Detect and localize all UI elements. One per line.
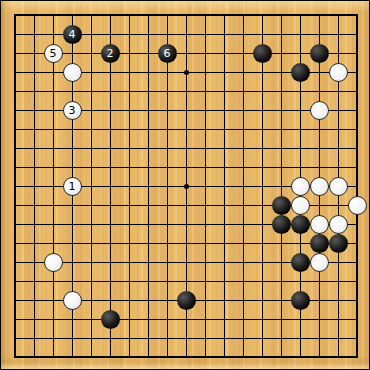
intersection[interactable] xyxy=(253,310,272,329)
intersection[interactable] xyxy=(234,253,253,272)
intersection[interactable] xyxy=(82,120,101,139)
intersection[interactable] xyxy=(291,329,310,348)
intersection[interactable] xyxy=(234,329,253,348)
intersection[interactable] xyxy=(44,329,63,348)
intersection[interactable] xyxy=(120,101,139,120)
intersection[interactable] xyxy=(272,139,291,158)
intersection[interactable] xyxy=(215,6,234,25)
intersection[interactable] xyxy=(44,215,63,234)
intersection[interactable] xyxy=(101,25,120,44)
intersection[interactable] xyxy=(196,25,215,44)
intersection[interactable] xyxy=(272,310,291,329)
intersection[interactable] xyxy=(139,234,158,253)
intersection[interactable] xyxy=(196,348,215,367)
intersection[interactable] xyxy=(234,310,253,329)
intersection[interactable] xyxy=(348,139,367,158)
intersection[interactable] xyxy=(253,63,272,82)
intersection[interactable] xyxy=(234,196,253,215)
intersection[interactable] xyxy=(177,120,196,139)
intersection[interactable] xyxy=(196,196,215,215)
intersection[interactable] xyxy=(63,272,82,291)
intersection[interactable] xyxy=(158,25,177,44)
intersection[interactable] xyxy=(120,234,139,253)
intersection[interactable] xyxy=(291,44,310,63)
intersection[interactable] xyxy=(82,253,101,272)
intersection[interactable] xyxy=(63,158,82,177)
intersection[interactable] xyxy=(139,196,158,215)
intersection[interactable] xyxy=(139,6,158,25)
intersection[interactable] xyxy=(177,310,196,329)
intersection[interactable] xyxy=(25,310,44,329)
intersection[interactable] xyxy=(101,158,120,177)
intersection[interactable] xyxy=(120,120,139,139)
intersection[interactable] xyxy=(6,120,25,139)
intersection[interactable] xyxy=(310,177,329,196)
intersection[interactable] xyxy=(196,329,215,348)
intersection[interactable] xyxy=(291,196,310,215)
intersection[interactable] xyxy=(44,158,63,177)
intersection[interactable] xyxy=(215,82,234,101)
intersection[interactable] xyxy=(234,272,253,291)
intersection[interactable] xyxy=(291,253,310,272)
intersection[interactable] xyxy=(272,158,291,177)
intersection[interactable] xyxy=(253,272,272,291)
intersection[interactable] xyxy=(101,177,120,196)
intersection[interactable] xyxy=(234,120,253,139)
intersection[interactable] xyxy=(101,120,120,139)
intersection[interactable] xyxy=(101,215,120,234)
intersection[interactable] xyxy=(44,253,63,272)
intersection[interactable] xyxy=(177,348,196,367)
intersection[interactable] xyxy=(44,82,63,101)
intersection[interactable] xyxy=(310,348,329,367)
intersection[interactable] xyxy=(139,291,158,310)
intersection[interactable] xyxy=(177,177,196,196)
intersection[interactable] xyxy=(158,215,177,234)
intersection[interactable] xyxy=(234,6,253,25)
intersection[interactable] xyxy=(101,253,120,272)
intersection[interactable]: 4 xyxy=(63,25,82,44)
intersection[interactable] xyxy=(291,82,310,101)
intersection[interactable] xyxy=(44,6,63,25)
intersection[interactable] xyxy=(215,196,234,215)
intersection[interactable] xyxy=(253,234,272,253)
intersection[interactable] xyxy=(6,253,25,272)
intersection[interactable] xyxy=(215,291,234,310)
intersection[interactable] xyxy=(63,234,82,253)
intersection[interactable] xyxy=(120,272,139,291)
intersection[interactable] xyxy=(158,82,177,101)
intersection[interactable] xyxy=(272,63,291,82)
intersection[interactable] xyxy=(120,6,139,25)
intersection[interactable] xyxy=(272,215,291,234)
intersection[interactable] xyxy=(44,291,63,310)
intersection[interactable]: 5 xyxy=(44,44,63,63)
intersection[interactable] xyxy=(196,139,215,158)
intersection[interactable] xyxy=(272,291,291,310)
intersection[interactable] xyxy=(44,177,63,196)
intersection[interactable] xyxy=(120,196,139,215)
intersection[interactable] xyxy=(158,196,177,215)
intersection[interactable] xyxy=(234,215,253,234)
intersection[interactable] xyxy=(158,348,177,367)
intersection[interactable] xyxy=(44,310,63,329)
intersection[interactable] xyxy=(310,25,329,44)
intersection[interactable] xyxy=(25,158,44,177)
intersection[interactable] xyxy=(120,348,139,367)
intersection[interactable] xyxy=(6,272,25,291)
intersection[interactable] xyxy=(272,234,291,253)
intersection[interactable] xyxy=(348,63,367,82)
intersection[interactable] xyxy=(215,310,234,329)
intersection[interactable] xyxy=(139,82,158,101)
intersection[interactable] xyxy=(348,101,367,120)
intersection[interactable] xyxy=(215,329,234,348)
intersection[interactable] xyxy=(63,44,82,63)
intersection[interactable] xyxy=(215,158,234,177)
intersection[interactable] xyxy=(310,234,329,253)
intersection[interactable] xyxy=(196,272,215,291)
intersection[interactable] xyxy=(82,234,101,253)
intersection[interactable] xyxy=(215,44,234,63)
intersection[interactable] xyxy=(291,101,310,120)
intersection[interactable] xyxy=(329,139,348,158)
intersection[interactable] xyxy=(25,291,44,310)
intersection[interactable] xyxy=(6,63,25,82)
intersection[interactable] xyxy=(101,291,120,310)
intersection[interactable] xyxy=(215,120,234,139)
intersection[interactable] xyxy=(291,215,310,234)
intersection[interactable] xyxy=(329,44,348,63)
intersection[interactable] xyxy=(177,234,196,253)
intersection[interactable] xyxy=(101,82,120,101)
intersection[interactable] xyxy=(291,120,310,139)
intersection[interactable] xyxy=(196,310,215,329)
intersection[interactable] xyxy=(234,158,253,177)
intersection[interactable] xyxy=(6,101,25,120)
intersection[interactable] xyxy=(234,63,253,82)
intersection[interactable] xyxy=(310,272,329,291)
intersection[interactable] xyxy=(272,272,291,291)
intersection[interactable] xyxy=(158,158,177,177)
intersection[interactable] xyxy=(101,329,120,348)
intersection[interactable] xyxy=(63,291,82,310)
intersection[interactable] xyxy=(158,310,177,329)
intersection[interactable] xyxy=(329,234,348,253)
intersection[interactable] xyxy=(101,196,120,215)
intersection[interactable] xyxy=(158,6,177,25)
intersection[interactable] xyxy=(139,329,158,348)
intersection[interactable] xyxy=(63,253,82,272)
intersection[interactable] xyxy=(177,6,196,25)
intersection[interactable] xyxy=(101,234,120,253)
intersection[interactable] xyxy=(25,101,44,120)
intersection[interactable] xyxy=(63,196,82,215)
intersection[interactable] xyxy=(234,82,253,101)
intersection[interactable] xyxy=(272,177,291,196)
intersection[interactable] xyxy=(63,329,82,348)
intersection[interactable] xyxy=(272,253,291,272)
intersection[interactable] xyxy=(158,63,177,82)
intersection[interactable] xyxy=(329,82,348,101)
intersection[interactable] xyxy=(139,177,158,196)
intersection[interactable] xyxy=(272,120,291,139)
intersection[interactable] xyxy=(329,196,348,215)
intersection[interactable] xyxy=(310,291,329,310)
intersection[interactable] xyxy=(253,139,272,158)
intersection[interactable] xyxy=(291,272,310,291)
intersection[interactable] xyxy=(177,139,196,158)
intersection[interactable] xyxy=(291,6,310,25)
intersection[interactable] xyxy=(272,329,291,348)
intersection[interactable] xyxy=(177,25,196,44)
intersection[interactable] xyxy=(272,101,291,120)
intersection[interactable] xyxy=(6,6,25,25)
intersection[interactable] xyxy=(44,348,63,367)
intersection[interactable] xyxy=(215,63,234,82)
intersection[interactable] xyxy=(44,25,63,44)
intersection[interactable] xyxy=(310,63,329,82)
intersection[interactable] xyxy=(44,234,63,253)
intersection[interactable] xyxy=(82,291,101,310)
intersection[interactable] xyxy=(158,253,177,272)
intersection[interactable] xyxy=(215,177,234,196)
intersection[interactable] xyxy=(101,6,120,25)
intersection[interactable] xyxy=(82,25,101,44)
intersection[interactable] xyxy=(196,82,215,101)
intersection[interactable] xyxy=(253,120,272,139)
intersection[interactable] xyxy=(234,44,253,63)
intersection[interactable] xyxy=(272,82,291,101)
intersection[interactable] xyxy=(329,291,348,310)
intersection[interactable] xyxy=(25,329,44,348)
intersection[interactable] xyxy=(348,158,367,177)
intersection[interactable] xyxy=(329,272,348,291)
intersection[interactable] xyxy=(44,120,63,139)
intersection[interactable] xyxy=(158,177,177,196)
intersection[interactable] xyxy=(101,310,120,329)
intersection[interactable] xyxy=(120,291,139,310)
intersection[interactable] xyxy=(25,234,44,253)
intersection[interactable]: 1 xyxy=(63,177,82,196)
intersection[interactable] xyxy=(158,234,177,253)
intersection[interactable] xyxy=(329,120,348,139)
intersection[interactable] xyxy=(25,82,44,101)
intersection[interactable] xyxy=(158,329,177,348)
intersection[interactable] xyxy=(234,177,253,196)
intersection[interactable] xyxy=(196,215,215,234)
intersection[interactable] xyxy=(139,253,158,272)
intersection[interactable] xyxy=(348,215,367,234)
intersection[interactable] xyxy=(196,63,215,82)
intersection[interactable] xyxy=(196,291,215,310)
intersection[interactable] xyxy=(348,25,367,44)
intersection[interactable] xyxy=(310,6,329,25)
intersection[interactable] xyxy=(82,82,101,101)
intersection[interactable] xyxy=(348,310,367,329)
intersection[interactable] xyxy=(158,291,177,310)
intersection[interactable] xyxy=(215,139,234,158)
intersection[interactable]: 3 xyxy=(63,101,82,120)
intersection[interactable] xyxy=(310,215,329,234)
intersection[interactable] xyxy=(291,158,310,177)
intersection[interactable] xyxy=(139,139,158,158)
intersection[interactable] xyxy=(272,348,291,367)
intersection[interactable] xyxy=(6,234,25,253)
intersection[interactable] xyxy=(196,101,215,120)
intersection[interactable] xyxy=(63,63,82,82)
intersection[interactable] xyxy=(196,234,215,253)
intersection[interactable] xyxy=(82,177,101,196)
intersection[interactable] xyxy=(120,329,139,348)
intersection[interactable] xyxy=(310,44,329,63)
intersection[interactable] xyxy=(348,82,367,101)
intersection[interactable] xyxy=(120,25,139,44)
intersection[interactable] xyxy=(139,101,158,120)
intersection[interactable] xyxy=(196,44,215,63)
intersection[interactable] xyxy=(215,272,234,291)
intersection[interactable] xyxy=(234,234,253,253)
intersection[interactable] xyxy=(348,234,367,253)
intersection[interactable] xyxy=(63,139,82,158)
intersection[interactable] xyxy=(234,291,253,310)
intersection[interactable] xyxy=(63,215,82,234)
intersection[interactable] xyxy=(25,177,44,196)
intersection[interactable] xyxy=(177,253,196,272)
intersection[interactable] xyxy=(291,139,310,158)
intersection[interactable] xyxy=(44,272,63,291)
intersection[interactable] xyxy=(272,196,291,215)
intersection[interactable] xyxy=(291,291,310,310)
intersection[interactable] xyxy=(177,63,196,82)
intersection[interactable] xyxy=(291,63,310,82)
intersection[interactable] xyxy=(253,101,272,120)
intersection[interactable] xyxy=(25,6,44,25)
intersection[interactable] xyxy=(139,44,158,63)
intersection[interactable] xyxy=(196,120,215,139)
intersection[interactable] xyxy=(234,101,253,120)
intersection[interactable] xyxy=(177,196,196,215)
intersection[interactable] xyxy=(6,329,25,348)
intersection[interactable] xyxy=(82,6,101,25)
intersection[interactable] xyxy=(215,25,234,44)
intersection[interactable] xyxy=(139,272,158,291)
intersection[interactable] xyxy=(177,272,196,291)
intersection[interactable] xyxy=(139,310,158,329)
intersection[interactable] xyxy=(158,139,177,158)
intersection[interactable] xyxy=(177,44,196,63)
intersection[interactable] xyxy=(139,25,158,44)
intersection[interactable] xyxy=(120,139,139,158)
intersection[interactable] xyxy=(253,348,272,367)
intersection[interactable] xyxy=(82,101,101,120)
intersection[interactable] xyxy=(25,63,44,82)
intersection[interactable] xyxy=(101,139,120,158)
intersection[interactable] xyxy=(329,25,348,44)
intersection[interactable] xyxy=(139,348,158,367)
intersection[interactable] xyxy=(25,253,44,272)
intersection[interactable] xyxy=(139,120,158,139)
intersection[interactable] xyxy=(120,253,139,272)
intersection[interactable] xyxy=(177,158,196,177)
intersection[interactable] xyxy=(310,310,329,329)
intersection[interactable] xyxy=(82,63,101,82)
intersection[interactable] xyxy=(139,63,158,82)
intersection[interactable] xyxy=(253,158,272,177)
intersection[interactable] xyxy=(6,196,25,215)
intersection[interactable] xyxy=(177,215,196,234)
intersection[interactable] xyxy=(82,139,101,158)
intersection[interactable] xyxy=(6,310,25,329)
intersection[interactable] xyxy=(291,348,310,367)
intersection[interactable] xyxy=(25,215,44,234)
intersection[interactable] xyxy=(120,63,139,82)
intersection[interactable] xyxy=(25,139,44,158)
intersection[interactable] xyxy=(329,253,348,272)
intersection[interactable] xyxy=(348,291,367,310)
intersection[interactable] xyxy=(310,329,329,348)
intersection[interactable] xyxy=(82,272,101,291)
intersection[interactable] xyxy=(253,25,272,44)
intersection[interactable] xyxy=(348,329,367,348)
intersection[interactable] xyxy=(44,63,63,82)
intersection[interactable] xyxy=(310,120,329,139)
intersection[interactable] xyxy=(63,348,82,367)
intersection[interactable] xyxy=(196,6,215,25)
intersection[interactable] xyxy=(158,101,177,120)
intersection[interactable] xyxy=(6,44,25,63)
intersection[interactable] xyxy=(25,120,44,139)
intersection[interactable] xyxy=(215,215,234,234)
intersection[interactable] xyxy=(82,215,101,234)
intersection[interactable] xyxy=(196,158,215,177)
intersection[interactable] xyxy=(348,348,367,367)
intersection[interactable] xyxy=(196,177,215,196)
intersection[interactable] xyxy=(82,329,101,348)
intersection[interactable] xyxy=(215,348,234,367)
intersection[interactable] xyxy=(177,82,196,101)
intersection[interactable] xyxy=(25,272,44,291)
intersection[interactable] xyxy=(120,215,139,234)
intersection[interactable] xyxy=(253,177,272,196)
intersection[interactable] xyxy=(25,44,44,63)
intersection[interactable] xyxy=(272,6,291,25)
intersection[interactable] xyxy=(348,44,367,63)
intersection[interactable] xyxy=(253,253,272,272)
intersection[interactable] xyxy=(82,158,101,177)
intersection[interactable] xyxy=(6,215,25,234)
intersection[interactable] xyxy=(6,82,25,101)
intersection[interactable] xyxy=(234,25,253,44)
intersection[interactable] xyxy=(310,158,329,177)
intersection[interactable] xyxy=(6,291,25,310)
intersection[interactable] xyxy=(6,139,25,158)
intersection[interactable] xyxy=(348,253,367,272)
intersection[interactable] xyxy=(310,196,329,215)
intersection[interactable] xyxy=(253,291,272,310)
intersection[interactable] xyxy=(253,196,272,215)
intersection[interactable] xyxy=(291,25,310,44)
intersection[interactable] xyxy=(291,234,310,253)
intersection[interactable] xyxy=(120,177,139,196)
intersection[interactable] xyxy=(101,63,120,82)
intersection[interactable] xyxy=(329,158,348,177)
intersection[interactable] xyxy=(348,196,367,215)
intersection[interactable] xyxy=(348,177,367,196)
intersection[interactable] xyxy=(253,6,272,25)
intersection[interactable] xyxy=(6,348,25,367)
intersection[interactable] xyxy=(310,82,329,101)
